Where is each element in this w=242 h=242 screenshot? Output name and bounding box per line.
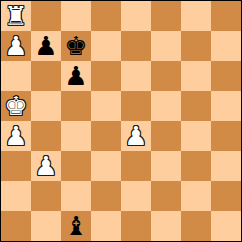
square-d6[interactable] xyxy=(91,61,121,91)
square-g7[interactable] xyxy=(181,31,211,61)
square-h2[interactable] xyxy=(211,181,241,211)
square-f3[interactable] xyxy=(151,151,181,181)
square-a3[interactable] xyxy=(1,151,31,181)
square-b6[interactable] xyxy=(31,61,61,91)
square-d1[interactable] xyxy=(91,211,121,241)
square-b8[interactable] xyxy=(31,1,61,31)
piece-white-rook[interactable]: ♜ xyxy=(4,1,27,31)
square-h7[interactable] xyxy=(211,31,241,61)
square-d3[interactable] xyxy=(91,151,121,181)
square-b3[interactable]: ♟ xyxy=(31,151,61,181)
square-d8[interactable] xyxy=(91,1,121,31)
square-g1[interactable] xyxy=(181,211,211,241)
square-g6[interactable] xyxy=(181,61,211,91)
piece-white-pawn[interactable]: ♟ xyxy=(34,151,57,181)
square-e3[interactable] xyxy=(121,151,151,181)
square-d2[interactable] xyxy=(91,181,121,211)
piece-white-pawn[interactable]: ♟ xyxy=(124,121,147,151)
square-b7[interactable]: ♟ xyxy=(31,31,61,61)
square-c4[interactable] xyxy=(61,121,91,151)
piece-white-pawn[interactable]: ♟ xyxy=(4,121,27,151)
square-h6[interactable] xyxy=(211,61,241,91)
square-a1[interactable] xyxy=(1,211,31,241)
square-b2[interactable] xyxy=(31,181,61,211)
square-g2[interactable] xyxy=(181,181,211,211)
square-c2[interactable] xyxy=(61,181,91,211)
square-a5[interactable]: ♚ xyxy=(1,91,31,121)
piece-white-pawn[interactable]: ♟ xyxy=(4,31,27,61)
square-f4[interactable] xyxy=(151,121,181,151)
square-a4[interactable]: ♟ xyxy=(1,121,31,151)
square-a8[interactable]: ♜ xyxy=(1,1,31,31)
square-h3[interactable] xyxy=(211,151,241,181)
square-f5[interactable] xyxy=(151,91,181,121)
square-g4[interactable] xyxy=(181,121,211,151)
square-h5[interactable] xyxy=(211,91,241,121)
square-a6[interactable] xyxy=(1,61,31,91)
piece-black-pawn[interactable]: ♟ xyxy=(34,31,57,61)
square-f2[interactable] xyxy=(151,181,181,211)
square-g5[interactable] xyxy=(181,91,211,121)
piece-black-king[interactable]: ♚ xyxy=(64,31,87,61)
square-e2[interactable] xyxy=(121,181,151,211)
square-e1[interactable] xyxy=(121,211,151,241)
chess-board: ♜♟♟♚♟♚♟♟♟♝ xyxy=(1,1,241,241)
piece-black-bishop[interactable]: ♝ xyxy=(64,211,87,241)
square-e7[interactable] xyxy=(121,31,151,61)
square-g8[interactable] xyxy=(181,1,211,31)
square-c5[interactable] xyxy=(61,91,91,121)
square-c1[interactable]: ♝ xyxy=(61,211,91,241)
square-e4[interactable]: ♟ xyxy=(121,121,151,151)
square-c3[interactable] xyxy=(61,151,91,181)
square-b1[interactable] xyxy=(31,211,61,241)
square-e8[interactable] xyxy=(121,1,151,31)
square-h8[interactable] xyxy=(211,1,241,31)
piece-white-king[interactable]: ♚ xyxy=(4,91,27,121)
square-f1[interactable] xyxy=(151,211,181,241)
square-c7[interactable]: ♚ xyxy=(61,31,91,61)
square-e5[interactable] xyxy=(121,91,151,121)
square-f6[interactable] xyxy=(151,61,181,91)
square-f8[interactable] xyxy=(151,1,181,31)
square-f7[interactable] xyxy=(151,31,181,61)
square-c8[interactable] xyxy=(61,1,91,31)
square-d4[interactable] xyxy=(91,121,121,151)
square-b4[interactable] xyxy=(31,121,61,151)
square-d7[interactable] xyxy=(91,31,121,61)
square-a2[interactable] xyxy=(1,181,31,211)
square-a7[interactable]: ♟ xyxy=(1,31,31,61)
square-d5[interactable] xyxy=(91,91,121,121)
square-h4[interactable] xyxy=(211,121,241,151)
square-g3[interactable] xyxy=(181,151,211,181)
square-e6[interactable] xyxy=(121,61,151,91)
piece-black-pawn[interactable]: ♟ xyxy=(64,61,87,91)
square-h1[interactable] xyxy=(211,211,241,241)
square-c6[interactable]: ♟ xyxy=(61,61,91,91)
square-b5[interactable] xyxy=(31,91,61,121)
chess-board-frame: ♜♟♟♚♟♚♟♟♟♝ xyxy=(0,1,242,242)
